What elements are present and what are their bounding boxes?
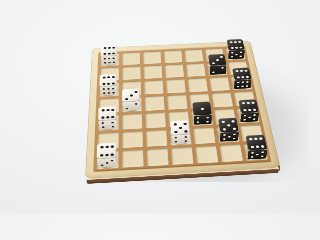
pip xyxy=(238,40,241,42)
cell-r6c6[interactable] xyxy=(216,125,239,142)
cell-r7c4[interactable] xyxy=(171,146,194,164)
pip-grid xyxy=(101,75,115,85)
pip xyxy=(104,62,106,64)
pip-grid xyxy=(195,116,210,123)
die-front-face xyxy=(97,157,118,167)
pip xyxy=(101,116,104,118)
cell-r3c6[interactable] xyxy=(209,76,230,90)
pip xyxy=(233,137,236,139)
cell-r5c5[interactable] xyxy=(191,109,213,125)
pip xyxy=(112,92,114,94)
pip-grid xyxy=(101,87,116,94)
pip-grid xyxy=(234,68,250,78)
pip xyxy=(108,92,110,94)
cell-r1c7[interactable] xyxy=(225,47,245,60)
die-top-face xyxy=(122,88,140,102)
pip xyxy=(252,108,255,110)
cell-r2c6[interactable] xyxy=(207,62,228,76)
pip xyxy=(184,129,187,132)
pip-grid xyxy=(124,102,139,109)
die-top-face xyxy=(232,67,251,80)
pip-grid xyxy=(194,102,210,113)
pip xyxy=(250,145,254,148)
die-front-face xyxy=(171,134,190,144)
die-black-r7c7-top6[interactable] xyxy=(245,143,267,159)
pip-grid xyxy=(210,55,225,65)
die-black-r1c7-top6[interactable] xyxy=(226,47,244,58)
die-top-face xyxy=(170,120,190,135)
pip xyxy=(103,46,106,48)
pip xyxy=(106,108,109,110)
die-top-face xyxy=(227,39,245,50)
pip xyxy=(246,101,249,103)
pip xyxy=(239,46,242,48)
pip xyxy=(240,69,243,71)
pip xyxy=(227,123,230,125)
photo-scene xyxy=(0,0,320,213)
pip xyxy=(173,122,176,124)
pip xyxy=(103,52,106,54)
pip xyxy=(185,140,187,142)
die-black-r3c7-top6[interactable] xyxy=(232,76,251,89)
cell-r4c4[interactable] xyxy=(167,94,188,109)
pip xyxy=(102,126,105,128)
pip xyxy=(241,85,243,87)
pip-grid xyxy=(172,121,188,133)
pip xyxy=(108,61,110,63)
die-front-face xyxy=(228,49,245,59)
pip xyxy=(222,127,225,130)
die-white-r3c1-top6[interactable] xyxy=(100,82,117,95)
pip xyxy=(206,120,208,122)
pip xyxy=(102,82,105,84)
cell-r3c5[interactable] xyxy=(187,77,208,91)
cell-r1c5[interactable] xyxy=(184,49,204,62)
pip-grid xyxy=(173,135,188,142)
pip xyxy=(125,97,128,99)
die-front-face xyxy=(98,119,117,129)
cell-r6c2[interactable] xyxy=(122,130,143,147)
cell-r5c3[interactable] xyxy=(145,112,166,128)
pip xyxy=(235,46,238,48)
cell-r6c3[interactable] xyxy=(146,129,168,146)
die-top-face xyxy=(97,142,117,158)
cell-r3c4[interactable] xyxy=(165,78,185,92)
pip xyxy=(108,46,111,48)
die-top-face xyxy=(238,99,259,113)
die-top-face xyxy=(99,73,117,86)
cell-r7c1[interactable] xyxy=(97,150,119,168)
pip-grid xyxy=(240,100,257,111)
pip xyxy=(112,46,115,48)
pip xyxy=(100,145,103,148)
pip xyxy=(232,127,236,130)
pip xyxy=(229,41,232,43)
pip xyxy=(260,144,264,147)
pip-grid xyxy=(99,159,115,166)
pip-grid xyxy=(236,80,250,87)
cell-r7c3[interactable] xyxy=(146,148,168,166)
pip xyxy=(107,82,110,84)
pip xyxy=(111,115,114,117)
cell-r2c2[interactable] xyxy=(122,66,141,80)
pip-grid xyxy=(211,66,225,73)
die-top-face xyxy=(101,44,118,56)
pip xyxy=(101,108,104,110)
pip-grid xyxy=(222,133,237,140)
die-top-face xyxy=(192,101,212,115)
pip xyxy=(179,126,182,129)
die-front-face xyxy=(122,101,140,111)
pip-grid xyxy=(249,150,265,157)
pip xyxy=(241,75,244,77)
cell-r1c2[interactable] xyxy=(122,52,141,65)
die-front-face xyxy=(247,149,267,159)
pip-grid xyxy=(102,57,116,64)
game-board xyxy=(85,40,280,178)
pip xyxy=(130,94,133,96)
pip xyxy=(223,138,226,140)
pip xyxy=(197,121,199,123)
cell-r7c6[interactable] xyxy=(219,144,243,162)
cell-r3c7[interactable] xyxy=(230,75,252,89)
pip-grid xyxy=(248,136,266,149)
pip-grid xyxy=(100,107,115,119)
cell-r5c7[interactable] xyxy=(236,107,259,123)
die-front-face xyxy=(101,55,118,65)
die-white-r7c1-top6[interactable] xyxy=(98,151,117,167)
pip xyxy=(237,85,239,87)
pip xyxy=(112,52,115,54)
pip-grid xyxy=(230,51,243,58)
pip xyxy=(236,76,239,78)
pip xyxy=(231,56,233,58)
die-front-face xyxy=(240,112,259,122)
cell-r7c2[interactable] xyxy=(122,149,144,167)
pip-grid xyxy=(100,121,115,128)
pip xyxy=(113,61,115,63)
pip xyxy=(108,52,111,54)
pip-grid xyxy=(220,119,237,131)
die-front-face xyxy=(234,79,252,89)
pip xyxy=(221,120,224,122)
cell-r3c3[interactable] xyxy=(144,79,164,94)
pip xyxy=(100,153,103,156)
pip xyxy=(134,90,137,92)
pip xyxy=(111,82,114,84)
die-white-r1c1-top6[interactable] xyxy=(102,53,118,65)
pip xyxy=(261,155,264,157)
pip-grid xyxy=(99,144,115,157)
cell-r7c5[interactable] xyxy=(195,145,219,163)
pip xyxy=(234,41,237,43)
cell-r5c2[interactable] xyxy=(122,113,143,129)
cell-r1c3[interactable] xyxy=(143,51,162,64)
cell-r7c7[interactable] xyxy=(243,142,268,160)
die-top-face xyxy=(208,54,226,66)
pip xyxy=(235,69,238,71)
pip xyxy=(111,108,114,110)
pip xyxy=(246,85,248,87)
die-front-face xyxy=(220,131,239,141)
pip xyxy=(249,137,253,140)
pip xyxy=(112,125,115,127)
cell-r2c4[interactable] xyxy=(164,64,184,78)
pip xyxy=(212,71,214,73)
pip xyxy=(251,101,254,103)
pip xyxy=(110,153,113,156)
pip xyxy=(231,119,234,121)
pip xyxy=(243,118,246,120)
die-white-r4c2-top3[interactable] xyxy=(123,97,141,111)
cell-r1c1[interactable] xyxy=(100,52,119,65)
pip xyxy=(106,115,109,117)
pip-grid xyxy=(124,89,138,100)
cell-r1c4[interactable] xyxy=(163,50,182,63)
pip xyxy=(245,75,248,77)
pip xyxy=(112,75,115,77)
die-front-face xyxy=(209,65,226,75)
cell-r5c1[interactable] xyxy=(98,114,119,130)
board-grid xyxy=(93,45,271,172)
cell-r4c3[interactable] xyxy=(144,95,165,110)
pip xyxy=(174,130,177,133)
cell-r4c2[interactable] xyxy=(122,96,142,111)
pip xyxy=(101,164,104,166)
pip xyxy=(251,156,254,158)
pip xyxy=(183,122,186,124)
pip xyxy=(220,55,223,57)
die-black-r5c5-top1[interactable] xyxy=(192,110,212,124)
pip xyxy=(200,107,203,109)
pip xyxy=(105,145,108,148)
cell-r4c6[interactable] xyxy=(211,92,233,107)
die-top-face xyxy=(245,134,267,150)
pip xyxy=(175,140,177,142)
pip xyxy=(243,108,246,110)
pip xyxy=(248,108,251,110)
die-white-r5c1-top6[interactable] xyxy=(99,115,117,129)
die-top-face xyxy=(98,106,117,120)
pip xyxy=(103,92,105,94)
die-black-r6c6-top5[interactable] xyxy=(218,126,239,141)
pip xyxy=(239,55,241,57)
board-rim xyxy=(85,40,280,178)
die-black-r2c6-top3[interactable] xyxy=(208,62,226,74)
cell-r2c3[interactable] xyxy=(143,65,162,79)
pip xyxy=(110,145,113,148)
pip xyxy=(259,136,263,139)
pip xyxy=(241,101,244,103)
pip xyxy=(230,46,233,48)
pip-grid xyxy=(228,40,243,49)
cell-r2c5[interactable] xyxy=(185,63,205,77)
pip xyxy=(254,137,258,140)
die-white-r6c4-top5[interactable] xyxy=(170,129,190,144)
pip xyxy=(244,69,247,71)
cell-r3c1[interactable] xyxy=(99,82,119,97)
die-front-face xyxy=(194,114,212,124)
pip xyxy=(253,118,256,120)
pip xyxy=(126,107,128,109)
die-front-face xyxy=(99,85,117,95)
die-top-face xyxy=(218,117,239,132)
pip-grid xyxy=(102,46,115,55)
cell-r6c5[interactable] xyxy=(193,127,216,144)
pip xyxy=(102,76,105,78)
pip xyxy=(107,76,110,78)
cell-r6c4[interactable] xyxy=(169,128,191,145)
pip xyxy=(255,145,259,148)
pip-grid xyxy=(242,113,257,120)
die-black-r5c7-top6[interactable] xyxy=(238,108,258,122)
pip xyxy=(105,153,108,156)
